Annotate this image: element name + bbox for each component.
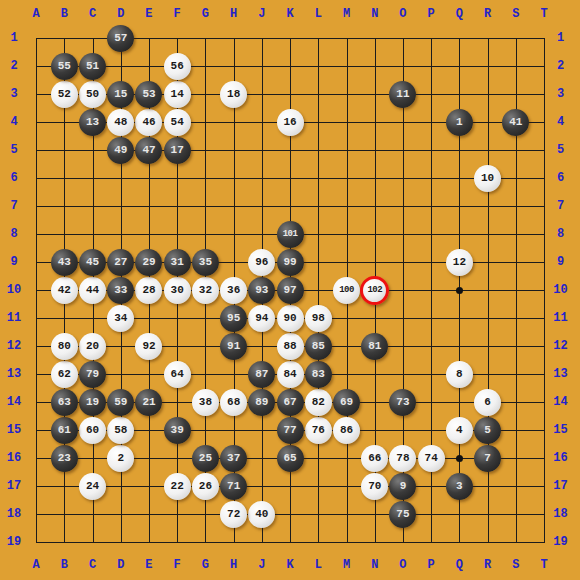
stone-black-49: 49 [107, 137, 134, 164]
stone-black-1: 1 [446, 109, 473, 136]
col-label-bottom: D [117, 558, 124, 572]
stone-number: 79 [86, 369, 99, 380]
stone-number: 66 [368, 453, 381, 464]
stone-black-39: 39 [164, 417, 191, 444]
stone-black-5: 5 [474, 417, 501, 444]
stone-number: 51 [86, 61, 99, 72]
stone-white-10: 10 [474, 165, 501, 192]
stone-white-36: 36 [220, 277, 247, 304]
stone-number: 64 [171, 369, 184, 380]
col-label-bottom: E [145, 558, 152, 572]
col-label-bottom: Q [456, 558, 463, 572]
stone-white-64: 64 [164, 361, 191, 388]
col-label-top: P [428, 7, 435, 21]
stone-black-7: 7 [474, 445, 501, 472]
col-label-bottom: N [371, 558, 378, 572]
col-label-bottom: P [428, 558, 435, 572]
stone-white-4: 4 [446, 417, 473, 444]
stone-white-90: 90 [277, 305, 304, 332]
stone-number: 21 [142, 397, 155, 408]
row-label-left: 16 [7, 451, 21, 465]
stone-black-25: 25 [192, 445, 219, 472]
stone-number: 90 [283, 313, 296, 324]
stone-number: 54 [171, 117, 184, 128]
stone-number: 23 [58, 453, 71, 464]
stone-white-100: 100 [333, 277, 360, 304]
stone-number: 15 [114, 89, 127, 100]
stone-number: 74 [425, 453, 438, 464]
stone-number: 12 [453, 257, 466, 268]
stone-black-31: 31 [164, 249, 191, 276]
stone-number: 61 [58, 425, 71, 436]
stone-number: 59 [114, 397, 127, 408]
stone-number: 30 [171, 285, 184, 296]
stone-white-94: 94 [248, 305, 275, 332]
row-label-left: 19 [7, 535, 21, 549]
col-label-bottom: H [230, 558, 237, 572]
stone-black-87: 87 [248, 361, 275, 388]
stone-black-23: 23 [51, 445, 78, 472]
stone-number: 50 [86, 89, 99, 100]
col-label-top: T [540, 7, 547, 21]
stone-black-41: 41 [502, 109, 529, 136]
stone-number: 96 [255, 257, 268, 268]
stone-number: 46 [142, 117, 155, 128]
stone-number: 53 [142, 89, 155, 100]
stone-black-57: 57 [107, 25, 134, 52]
row-label-left: 8 [10, 227, 17, 241]
row-label-left: 7 [10, 199, 17, 213]
stone-black-89: 89 [248, 389, 275, 416]
stone-number: 20 [86, 341, 99, 352]
col-label-bottom: M [343, 558, 350, 572]
stone-number: 3 [456, 481, 463, 492]
stone-number: 26 [199, 481, 212, 492]
stone-white-96: 96 [248, 249, 275, 276]
stone-black-61: 61 [51, 417, 78, 444]
stone-white-20: 20 [79, 333, 106, 360]
stone-number: 71 [227, 481, 240, 492]
stone-number: 45 [86, 257, 99, 268]
stone-white-48: 48 [107, 109, 134, 136]
stone-number: 102 [367, 286, 382, 295]
stone-number: 67 [283, 397, 296, 408]
row-label-left: 2 [10, 59, 17, 73]
stone-white-40: 40 [248, 501, 275, 528]
stone-number: 70 [368, 481, 381, 492]
stone-number: 5 [484, 425, 491, 436]
stone-number: 92 [142, 341, 155, 352]
stone-black-45: 45 [79, 249, 106, 276]
stone-black-13: 13 [79, 109, 106, 136]
stone-number: 55 [58, 61, 71, 72]
stone-black-91: 91 [220, 333, 247, 360]
stone-white-54: 54 [164, 109, 191, 136]
stone-black-59: 59 [107, 389, 134, 416]
stone-black-75: 75 [389, 501, 416, 528]
stone-number: 80 [58, 341, 71, 352]
stone-number: 32 [199, 285, 212, 296]
stone-black-97: 97 [277, 277, 304, 304]
stone-number: 40 [255, 509, 268, 520]
stone-white-86: 86 [333, 417, 360, 444]
stone-white-44: 44 [79, 277, 106, 304]
stone-black-81: 81 [361, 333, 388, 360]
stone-number: 31 [171, 257, 184, 268]
stone-white-58: 58 [107, 417, 134, 444]
row-label-left: 6 [10, 171, 17, 185]
col-label-bottom: F [174, 558, 181, 572]
stone-white-82: 82 [305, 389, 332, 416]
stone-number: 24 [86, 481, 99, 492]
stone-black-69: 69 [333, 389, 360, 416]
stone-white-80: 80 [51, 333, 78, 360]
stone-number: 18 [227, 89, 240, 100]
stone-white-56: 56 [164, 53, 191, 80]
col-label-top: O [399, 7, 406, 21]
col-label-top: C [89, 7, 96, 21]
stone-white-70: 70 [361, 473, 388, 500]
col-label-bottom: T [540, 558, 547, 572]
stone-white-98: 98 [305, 305, 332, 332]
row-label-left: 10 [7, 283, 21, 297]
stone-number: 60 [86, 425, 99, 436]
col-label-top: H [230, 7, 237, 21]
stone-number: 38 [199, 397, 212, 408]
stone-number: 87 [255, 369, 268, 380]
stone-white-18: 18 [220, 81, 247, 108]
stone-black-9: 9 [389, 473, 416, 500]
stone-black-101: 101 [277, 221, 304, 248]
stone-black-3: 3 [446, 473, 473, 500]
stone-white-66: 66 [361, 445, 388, 472]
stone-number: 83 [312, 369, 325, 380]
row-label-left: 15 [7, 423, 21, 437]
stone-number: 86 [340, 425, 353, 436]
stone-number: 62 [58, 369, 71, 380]
stone-number: 95 [227, 313, 240, 324]
stone-number: 36 [227, 285, 240, 296]
stone-number: 82 [312, 397, 325, 408]
stone-black-73: 73 [389, 389, 416, 416]
stone-white-6: 6 [474, 389, 501, 416]
col-label-top: A [32, 7, 39, 21]
col-label-top: N [371, 7, 378, 21]
stone-number: 69 [340, 397, 353, 408]
stone-white-12: 12 [446, 249, 473, 276]
col-label-top: M [343, 7, 350, 21]
col-label-top: R [484, 7, 491, 21]
stone-black-65: 65 [277, 445, 304, 472]
stone-number: 65 [283, 453, 296, 464]
stone-black-67: 67 [277, 389, 304, 416]
stone-number: 9 [400, 481, 407, 492]
stone-number: 25 [199, 453, 212, 464]
stone-black-77: 77 [277, 417, 304, 444]
col-label-bottom: K [286, 558, 293, 572]
stone-number: 11 [396, 89, 409, 100]
stone-number: 44 [86, 285, 99, 296]
stone-number: 17 [171, 145, 184, 156]
stone-white-62: 62 [51, 361, 78, 388]
stone-black-35: 35 [192, 249, 219, 276]
stone-white-102: 102 [360, 276, 389, 305]
stone-black-29: 29 [135, 249, 162, 276]
stone-number: 4 [456, 425, 463, 436]
stone-number: 14 [171, 89, 184, 100]
stone-black-63: 63 [51, 389, 78, 416]
row-label-left: 13 [7, 367, 21, 381]
stone-black-53: 53 [135, 81, 162, 108]
stone-number: 63 [58, 397, 71, 408]
stone-number: 57 [114, 33, 127, 44]
stone-white-84: 84 [277, 361, 304, 388]
stone-black-85: 85 [305, 333, 332, 360]
col-label-bottom: J [258, 558, 265, 572]
stone-number: 84 [283, 369, 296, 380]
stone-black-43: 43 [51, 249, 78, 276]
star-point [456, 455, 463, 462]
stone-black-17: 17 [164, 137, 191, 164]
stone-number: 1 [456, 117, 463, 128]
col-label-bottom: B [61, 558, 68, 572]
stone-number: 27 [114, 257, 127, 268]
stone-black-37: 37 [220, 445, 247, 472]
row-label-left: 14 [7, 395, 21, 409]
stone-number: 22 [171, 481, 184, 492]
stone-number: 97 [283, 285, 296, 296]
stone-number: 6 [484, 397, 491, 408]
stone-number: 77 [283, 425, 296, 436]
stone-black-33: 33 [107, 277, 134, 304]
stone-white-8: 8 [446, 361, 473, 388]
stone-black-47: 47 [135, 137, 162, 164]
stone-number: 93 [255, 285, 268, 296]
stone-number: 94 [255, 313, 268, 324]
stone-black-11: 11 [389, 81, 416, 108]
stone-number: 101 [283, 230, 298, 239]
col-label-top: L [315, 7, 322, 21]
col-label-top: S [512, 7, 519, 21]
col-label-bottom: A [32, 558, 39, 572]
stone-white-22: 22 [164, 473, 191, 500]
stone-white-38: 38 [192, 389, 219, 416]
stone-black-21: 21 [135, 389, 162, 416]
stone-number: 58 [114, 425, 127, 436]
stone-white-72: 72 [220, 501, 247, 528]
stone-number: 88 [283, 341, 296, 352]
stone-white-24: 24 [79, 473, 106, 500]
stone-number: 33 [114, 285, 127, 296]
row-label-left: 17 [7, 479, 21, 493]
stone-number: 37 [227, 453, 240, 464]
row-label-left: 11 [7, 311, 21, 325]
stone-number: 13 [86, 117, 99, 128]
stone-white-52: 52 [51, 81, 78, 108]
stone-white-68: 68 [220, 389, 247, 416]
stone-number: 56 [171, 61, 184, 72]
stone-black-95: 95 [220, 305, 247, 332]
stone-number: 75 [396, 509, 409, 520]
stone-number: 39 [171, 425, 184, 436]
stone-number: 49 [114, 145, 127, 156]
col-label-bottom: C [89, 558, 96, 572]
col-label-top: F [174, 7, 181, 21]
row-label-left: 5 [10, 143, 17, 157]
stone-white-26: 26 [192, 473, 219, 500]
stone-black-79: 79 [79, 361, 106, 388]
stone-number: 89 [255, 397, 268, 408]
go-diagram-screen: AABBCCDDEEFFGGHHJJKKLLMMNNOOPPQQRRSSTT11… [0, 0, 580, 580]
row-label-left: 4 [10, 115, 17, 129]
stone-number: 48 [114, 117, 127, 128]
stone-black-99: 99 [277, 249, 304, 276]
stone-number: 7 [484, 453, 491, 464]
stone-white-74: 74 [418, 445, 445, 472]
stone-number: 78 [396, 453, 409, 464]
go-board[interactable]: 1234567891011121314151617181920212223242… [22, 24, 558, 556]
row-label-left: 9 [10, 255, 17, 269]
stone-white-60: 60 [79, 417, 106, 444]
stone-number: 41 [509, 117, 522, 128]
col-label-top: K [286, 7, 293, 21]
stone-white-2: 2 [107, 445, 134, 472]
stone-number: 42 [58, 285, 71, 296]
col-label-top: B [61, 7, 68, 21]
stone-number: 35 [199, 257, 212, 268]
col-label-bottom: S [512, 558, 519, 572]
stone-black-51: 51 [79, 53, 106, 80]
stone-black-19: 19 [79, 389, 106, 416]
stone-number: 47 [142, 145, 155, 156]
stone-number: 68 [227, 397, 240, 408]
stone-number: 19 [86, 397, 99, 408]
stone-black-15: 15 [107, 81, 134, 108]
stone-number: 100 [339, 286, 354, 295]
stone-white-28: 28 [135, 277, 162, 304]
stone-white-78: 78 [389, 445, 416, 472]
col-label-top: E [145, 7, 152, 21]
stone-white-16: 16 [277, 109, 304, 136]
stone-white-32: 32 [192, 277, 219, 304]
stone-number: 73 [396, 397, 409, 408]
stone-white-30: 30 [164, 277, 191, 304]
stone-number: 8 [456, 369, 463, 380]
stone-number: 99 [283, 257, 296, 268]
stone-number: 52 [58, 89, 71, 100]
col-label-top: J [258, 7, 265, 21]
col-label-bottom: R [484, 558, 491, 572]
stone-number: 28 [142, 285, 155, 296]
stone-number: 91 [227, 341, 240, 352]
col-label-bottom: L [315, 558, 322, 572]
stone-white-50: 50 [79, 81, 106, 108]
stone-black-71: 71 [220, 473, 247, 500]
col-label-bottom: O [399, 558, 406, 572]
stone-black-55: 55 [51, 53, 78, 80]
stone-number: 85 [312, 341, 325, 352]
stone-number: 76 [312, 425, 325, 436]
stone-number: 29 [142, 257, 155, 268]
stone-white-34: 34 [107, 305, 134, 332]
stone-number: 10 [481, 173, 494, 184]
stone-white-46: 46 [135, 109, 162, 136]
stone-black-27: 27 [107, 249, 134, 276]
row-label-left: 1 [10, 31, 17, 45]
row-label-left: 18 [7, 507, 21, 521]
stone-white-42: 42 [51, 277, 78, 304]
stone-white-76: 76 [305, 417, 332, 444]
stone-number: 81 [368, 341, 381, 352]
row-label-left: 3 [10, 87, 17, 101]
stone-white-92: 92 [135, 333, 162, 360]
stone-number: 43 [58, 257, 71, 268]
stone-number: 34 [114, 313, 127, 324]
col-label-top: Q [456, 7, 463, 21]
stone-number: 98 [312, 313, 325, 324]
stone-black-83: 83 [305, 361, 332, 388]
col-label-top: D [117, 7, 124, 21]
stone-number: 72 [227, 509, 240, 520]
stone-number: 16 [283, 117, 296, 128]
stone-number: 2 [117, 453, 124, 464]
row-label-left: 12 [7, 339, 21, 353]
star-point [456, 287, 463, 294]
stone-white-88: 88 [277, 333, 304, 360]
stone-black-93: 93 [248, 277, 275, 304]
stone-white-14: 14 [164, 81, 191, 108]
col-label-bottom: G [202, 558, 209, 572]
col-label-top: G [202, 7, 209, 21]
